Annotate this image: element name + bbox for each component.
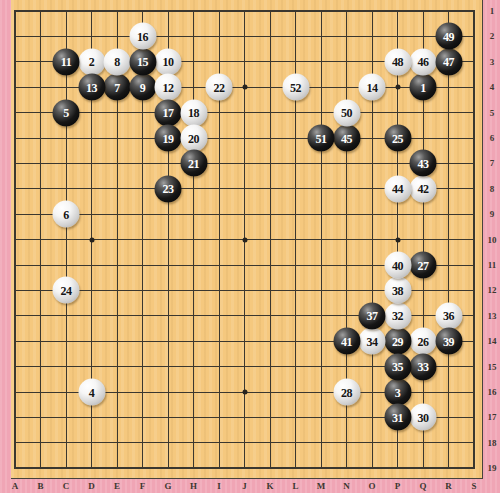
stone-white-10: 10 [155,48,182,75]
stone-move-number: 27 [418,259,429,271]
stone-move-number: 44 [392,183,403,195]
stone-move-number: 12 [163,81,174,93]
col-label-Q: Q [415,480,431,493]
stone-white-22: 22 [206,74,233,101]
stone-white-46: 46 [410,48,437,75]
col-label-C: C [58,480,74,493]
go-diagram-page: 1234567891011121314151617181920212223242… [0,0,500,493]
stone-black-41: 41 [333,328,360,355]
stone-black-23: 23 [155,175,182,202]
col-label-E: E [109,480,125,493]
stone-black-15: 15 [129,48,156,75]
grid-horizontal-line [14,467,475,469]
stone-white-2: 2 [78,48,105,75]
stone-white-18: 18 [180,99,207,126]
stone-move-number: 40 [392,259,403,271]
stone-black-9: 9 [129,74,156,101]
stone-move-number: 34 [367,335,378,347]
row-label-6: 6 [484,133,500,143]
stone-white-14: 14 [359,74,386,101]
stone-white-28: 28 [333,379,360,406]
stone-black-5: 5 [53,99,80,126]
row-label-8: 8 [484,184,500,194]
stone-move-number: 45 [341,132,352,144]
stone-white-8: 8 [104,48,131,75]
star-point-D10 [89,237,94,242]
stone-move-number: 49 [443,30,454,42]
stone-move-number: 10 [163,56,174,68]
stone-move-number: 38 [392,284,403,296]
stone-move-number: 48 [392,56,403,68]
col-label-M: M [313,480,329,493]
grid-horizontal-line [14,442,475,443]
grid-vertical-line [40,11,41,469]
stone-move-number: 18 [188,107,199,119]
stone-move-number: 8 [114,56,120,68]
stone-move-number: 6 [63,208,69,220]
stone-white-38: 38 [384,277,411,304]
stone-black-37: 37 [359,302,386,329]
stone-black-35: 35 [384,353,411,380]
col-label-P: P [390,480,406,493]
col-label-J: J [237,480,253,493]
col-label-R: R [441,480,457,493]
grid-vertical-line [321,11,322,469]
col-label-H: H [186,480,202,493]
stone-move-number: 46 [418,56,429,68]
stone-white-16: 16 [129,23,156,50]
stone-move-number: 35 [392,361,403,373]
stone-white-20: 20 [180,125,207,152]
col-label-A: A [7,480,23,493]
stone-move-number: 15 [137,56,148,68]
stone-move-number: 36 [443,310,454,322]
stone-move-number: 17 [163,107,174,119]
col-label-K: K [262,480,278,493]
stone-black-27: 27 [410,252,437,279]
row-label-1: 1 [484,6,500,16]
stone-move-number: 5 [63,107,69,119]
stone-move-number: 32 [392,310,403,322]
row-label-10: 10 [484,235,500,245]
stone-move-number: 1 [420,81,426,93]
stone-move-number: 51 [316,132,327,144]
stone-white-24: 24 [53,277,80,304]
stone-black-29: 29 [384,328,411,355]
stone-white-32: 32 [384,302,411,329]
stone-move-number: 22 [214,81,225,93]
row-label-13: 13 [484,311,500,321]
stone-black-25: 25 [384,125,411,152]
stone-move-number: 13 [86,81,97,93]
stone-move-number: 28 [341,386,352,398]
row-label-3: 3 [484,57,500,67]
stone-white-12: 12 [155,74,182,101]
stone-move-number: 37 [367,310,378,322]
col-label-N: N [339,480,355,493]
stone-move-number: 39 [443,335,454,347]
stone-move-number: 25 [392,132,403,144]
stone-move-number: 43 [418,157,429,169]
row-label-7: 7 [484,158,500,168]
stone-move-number: 50 [341,107,352,119]
grid-vertical-line [14,11,16,469]
stone-white-50: 50 [333,99,360,126]
stone-white-42: 42 [410,175,437,202]
stone-black-49: 49 [435,23,462,50]
stone-black-39: 39 [435,328,462,355]
stone-move-number: 33 [418,361,429,373]
grid-vertical-line [448,11,449,469]
stone-move-number: 7 [114,81,120,93]
stone-white-40: 40 [384,252,411,279]
stone-black-7: 7 [104,74,131,101]
star-point-P10 [395,237,400,242]
stone-white-6: 6 [53,201,80,228]
stone-move-number: 41 [341,335,352,347]
stone-move-number: 52 [290,81,301,93]
stone-black-45: 45 [333,125,360,152]
row-label-17: 17 [484,412,500,422]
grid-vertical-line [193,11,194,469]
star-point-J10 [242,237,247,242]
stone-move-number: 16 [137,30,148,42]
row-label-16: 16 [484,387,500,397]
stone-move-number: 23 [163,183,174,195]
stone-move-number: 24 [61,284,72,296]
col-label-S: S [466,480,482,493]
stone-white-34: 34 [359,328,386,355]
stone-black-11: 11 [53,48,80,75]
col-label-D: D [84,480,100,493]
stone-black-21: 21 [180,150,207,177]
row-label-15: 15 [484,362,500,372]
row-label-14: 14 [484,336,500,346]
stone-white-36: 36 [435,302,462,329]
stone-black-1: 1 [410,74,437,101]
stone-black-13: 13 [78,74,105,101]
stone-black-19: 19 [155,125,182,152]
stone-move-number: 42 [418,183,429,195]
col-label-F: F [135,480,151,493]
stone-black-51: 51 [308,125,335,152]
stone-black-17: 17 [155,99,182,126]
row-label-12: 12 [484,285,500,295]
stone-black-3: 3 [384,379,411,406]
star-point-J4 [242,85,247,90]
stone-white-52: 52 [282,74,309,101]
stone-white-26: 26 [410,328,437,355]
stone-white-4: 4 [78,379,105,406]
stone-black-33: 33 [410,353,437,380]
stone-move-number: 29 [392,335,403,347]
stone-move-number: 2 [89,56,95,68]
col-label-L: L [288,480,304,493]
row-label-2: 2 [484,31,500,41]
stone-move-number: 47 [443,56,454,68]
grid-vertical-line [66,11,67,469]
stone-move-number: 30 [418,411,429,423]
stone-black-31: 31 [384,404,411,431]
stone-black-47: 47 [435,48,462,75]
stone-black-43: 43 [410,150,437,177]
stone-move-number: 4 [89,386,95,398]
stone-move-number: 14 [367,81,378,93]
row-label-18: 18 [484,438,500,448]
row-label-5: 5 [484,108,500,118]
stone-move-number: 21 [188,157,199,169]
grid-vertical-line [270,11,271,469]
col-label-B: B [33,480,49,493]
stone-move-number: 11 [61,56,71,68]
stone-move-number: 19 [163,132,174,144]
col-label-G: G [160,480,176,493]
row-label-4: 4 [484,82,500,92]
stone-white-44: 44 [384,175,411,202]
row-label-19: 19 [484,463,500,473]
star-point-J16 [242,390,247,395]
stone-move-number: 9 [140,81,146,93]
col-label-I: I [211,480,227,493]
row-label-11: 11 [484,260,500,270]
row-label-9: 9 [484,209,500,219]
star-point-P4 [395,85,400,90]
col-label-O: O [364,480,380,493]
stone-move-number: 3 [395,386,401,398]
stone-move-number: 31 [392,411,403,423]
stone-move-number: 20 [188,132,199,144]
grid-vertical-line [473,11,475,469]
stone-move-number: 26 [418,335,429,347]
stone-white-48: 48 [384,48,411,75]
stone-white-30: 30 [410,404,437,431]
